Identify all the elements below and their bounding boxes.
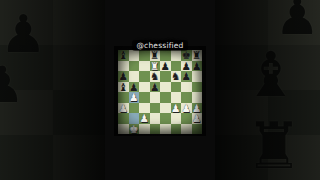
square-e2 (160, 113, 171, 124)
pawn-white-b4: ♟ (129, 92, 138, 103)
square-c4 (139, 92, 150, 103)
square-e6 (160, 71, 171, 82)
square-f1 (171, 124, 182, 135)
square-c1 (139, 124, 150, 135)
square-c3 (139, 103, 150, 114)
square-c5 (139, 82, 150, 93)
knight-black-f6: ♞ (171, 71, 180, 82)
pawn-black-d5: ♟ (150, 82, 159, 93)
square-a7 (118, 61, 129, 72)
knight-black-d6: ♞ (150, 71, 159, 82)
square-g2 (181, 113, 192, 124)
pawn-white-a3: ♟ (119, 103, 128, 114)
square-h5 (192, 82, 203, 93)
background-dim-right (215, 0, 320, 180)
square-h7: ♟ (192, 61, 203, 72)
square-a2 (118, 113, 129, 124)
chess-board: ♝♜♚♜♜♟♟♟♟♞♞♟♝♟♟♟♟♟♟♟♟♟♚ (118, 50, 202, 132)
square-h6 (192, 71, 203, 82)
square-h2: ♟ (192, 113, 203, 124)
square-e5 (160, 82, 171, 93)
square-g5 (181, 82, 192, 93)
square-a4 (118, 92, 129, 103)
square-a3: ♟ (118, 103, 129, 114)
pawn-white-f3: ♟ (171, 103, 180, 114)
square-f3: ♟ (171, 103, 182, 114)
pawn-black-a6: ♟ (119, 71, 128, 82)
square-b1: ♚ (129, 124, 140, 135)
pawn-white-h2: ♟ (192, 113, 201, 124)
square-d6: ♞ (150, 71, 161, 82)
pawn-black-h7: ♟ (192, 61, 201, 72)
square-c2: ♟ (139, 113, 150, 124)
king-white-b1: ♚ (129, 124, 138, 135)
square-g3: ♟ (181, 103, 192, 114)
square-d4 (150, 92, 161, 103)
background-right-panel: ♟♝♜ (215, 0, 320, 180)
pawn-white-h3: ♟ (192, 103, 201, 114)
square-b4: ♟ (129, 92, 140, 103)
square-f6: ♞ (171, 71, 182, 82)
square-d5: ♟ (150, 82, 161, 93)
pawn-white-c2: ♟ (140, 113, 149, 124)
square-f5 (171, 82, 182, 93)
square-d7: ♜ (150, 61, 161, 72)
pawn-black-g6: ♟ (182, 71, 191, 82)
square-g4 (181, 92, 192, 103)
square-f4 (171, 92, 182, 103)
square-h3: ♟ (192, 103, 203, 114)
bishop-black-a5: ♝ (119, 82, 128, 93)
square-b6 (129, 71, 140, 82)
square-e4 (160, 92, 171, 103)
square-d2 (150, 113, 161, 124)
square-d3 (150, 103, 161, 114)
square-d1 (150, 124, 161, 135)
square-c6 (139, 71, 150, 82)
pawn-white-g3: ♟ (182, 103, 191, 114)
square-b2 (129, 113, 140, 124)
square-e3 (160, 103, 171, 114)
square-a5: ♝ (118, 82, 129, 93)
video-frame[interactable]: ♟♟ ♟♝♜ @chessified ♝♜♚♜♜♟♟♟♟♞♞♟♝♟♟♟♟♟♟♟♟… (0, 0, 320, 180)
square-g1 (181, 124, 192, 135)
rook-white-d7: ♜ (150, 61, 159, 72)
background-left-panel: ♟♟ (0, 0, 105, 180)
square-b5: ♟ (129, 82, 140, 93)
square-g6: ♟ (181, 71, 192, 82)
square-a6: ♟ (118, 71, 129, 82)
square-g7: ♟ (181, 61, 192, 72)
square-f2 (171, 113, 182, 124)
pawn-black-e7: ♟ (161, 61, 170, 72)
pawn-black-g7: ♟ (182, 61, 191, 72)
square-b7 (129, 61, 140, 72)
square-h1 (192, 124, 203, 135)
creator-handle-text: @chessified (132, 40, 187, 51)
square-e1 (160, 124, 171, 135)
background-dim-left (0, 0, 105, 180)
square-a1 (118, 124, 129, 135)
pawn-black-b5: ♟ (129, 82, 138, 93)
square-f7 (171, 61, 182, 72)
square-b3 (129, 103, 140, 114)
square-h4 (192, 92, 203, 103)
square-c7 (139, 61, 150, 72)
square-e7: ♟ (160, 61, 171, 72)
creator-handle: @chessified (105, 33, 215, 52)
